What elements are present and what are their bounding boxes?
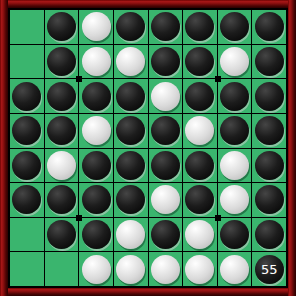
cell-d8[interactable] — [114, 252, 148, 286]
cell-c2[interactable] — [79, 45, 113, 79]
cell-e3[interactable] — [149, 79, 183, 113]
cell-g4[interactable] — [218, 114, 252, 148]
disc-black — [255, 116, 284, 145]
star-point — [76, 215, 82, 221]
disc-black — [12, 82, 41, 111]
disc-white — [151, 82, 180, 111]
cell-b8[interactable] — [45, 252, 79, 286]
disc-white — [116, 255, 145, 284]
move-number-label: 55 — [261, 263, 278, 276]
cell-b1[interactable] — [45, 10, 79, 44]
disc-black — [47, 220, 76, 249]
disc-white — [116, 220, 145, 249]
disc-white — [220, 47, 249, 76]
disc-black — [220, 12, 249, 41]
disc-white — [220, 185, 249, 214]
cell-g7[interactable] — [218, 218, 252, 252]
cell-e4[interactable] — [149, 114, 183, 148]
frame-edge-left — [0, 0, 8, 296]
disc-black — [220, 116, 249, 145]
cell-h3[interactable] — [252, 79, 286, 113]
disc-white — [185, 116, 214, 145]
cell-a3[interactable] — [10, 79, 44, 113]
cell-b7[interactable] — [45, 218, 79, 252]
disc-black — [151, 12, 180, 41]
disc-white — [82, 47, 111, 76]
cell-g1[interactable] — [218, 10, 252, 44]
cell-h1[interactable] — [252, 10, 286, 44]
frame-edge-right — [288, 0, 296, 296]
disc-black — [12, 116, 41, 145]
cell-e6[interactable] — [149, 183, 183, 217]
disc-black — [255, 82, 284, 111]
disc-black — [185, 12, 214, 41]
disc-black — [151, 116, 180, 145]
cell-c5[interactable] — [79, 149, 113, 183]
cell-h6[interactable] — [252, 183, 286, 217]
cell-c6[interactable] — [79, 183, 113, 217]
cell-g3[interactable] — [218, 79, 252, 113]
cell-f6[interactable] — [183, 183, 217, 217]
cell-c7[interactable] — [79, 218, 113, 252]
cell-a6[interactable] — [10, 183, 44, 217]
cell-e1[interactable] — [149, 10, 183, 44]
cell-f1[interactable] — [183, 10, 217, 44]
disc-white — [151, 185, 180, 214]
frame-edge-top — [0, 0, 296, 8]
disc-black — [116, 151, 145, 180]
cell-h7[interactable] — [252, 218, 286, 252]
cell-a4[interactable] — [10, 114, 44, 148]
disc-black — [82, 185, 111, 214]
disc-black — [47, 185, 76, 214]
disc-black — [82, 82, 111, 111]
star-point — [215, 215, 221, 221]
cell-f3[interactable] — [183, 79, 217, 113]
disc-black — [47, 82, 76, 111]
disc-black — [116, 12, 145, 41]
cell-a1[interactable] — [10, 10, 44, 44]
disc-black — [185, 82, 214, 111]
cell-d5[interactable] — [114, 149, 148, 183]
cell-d4[interactable] — [114, 114, 148, 148]
disc-black — [255, 151, 284, 180]
othello-board-frame: 55 — [0, 0, 296, 296]
cell-c8[interactable] — [79, 252, 113, 286]
othello-board: 55 — [8, 8, 288, 288]
disc-black — [47, 12, 76, 41]
disc-black — [255, 185, 284, 214]
cell-c1[interactable] — [79, 10, 113, 44]
disc-white — [47, 151, 76, 180]
cell-h4[interactable] — [252, 114, 286, 148]
cell-b6[interactable] — [45, 183, 79, 217]
cell-d1[interactable] — [114, 10, 148, 44]
frame-edge-bottom — [0, 288, 296, 296]
disc-black — [82, 151, 111, 180]
cell-a5[interactable] — [10, 149, 44, 183]
disc-black — [82, 220, 111, 249]
cell-g6[interactable] — [218, 183, 252, 217]
disc-black — [151, 47, 180, 76]
disc-white — [116, 47, 145, 76]
cell-f8[interactable] — [183, 252, 217, 286]
cell-a7[interactable] — [10, 218, 44, 252]
disc-black — [116, 82, 145, 111]
disc-white — [220, 255, 249, 284]
cell-b3[interactable] — [45, 79, 79, 113]
cell-b4[interactable] — [45, 114, 79, 148]
disc-black — [255, 12, 284, 41]
cell-a8[interactable] — [10, 252, 44, 286]
disc-white — [82, 255, 111, 284]
disc-black — [12, 151, 41, 180]
disc-white — [82, 12, 111, 41]
disc-black — [185, 47, 214, 76]
disc-black — [255, 47, 284, 76]
disc-black — [151, 220, 180, 249]
disc-black — [185, 185, 214, 214]
cell-f4[interactable] — [183, 114, 217, 148]
cell-f5[interactable] — [183, 149, 217, 183]
cell-g5[interactable] — [218, 149, 252, 183]
cell-d7[interactable] — [114, 218, 148, 252]
disc-black — [47, 47, 76, 76]
cell-a2[interactable] — [10, 45, 44, 79]
disc-black — [47, 116, 76, 145]
cell-d6[interactable] — [114, 183, 148, 217]
star-point — [76, 76, 82, 82]
cell-c4[interactable] — [79, 114, 113, 148]
cell-c3[interactable] — [79, 79, 113, 113]
cell-e5[interactable] — [149, 149, 183, 183]
cell-b5[interactable] — [45, 149, 79, 183]
cell-h8[interactable]: 55 — [252, 252, 286, 286]
cell-e8[interactable] — [149, 252, 183, 286]
disc-black — [220, 220, 249, 249]
disc-black — [151, 151, 180, 180]
cell-g2[interactable] — [218, 45, 252, 79]
disc-white — [151, 255, 180, 284]
cell-h2[interactable] — [252, 45, 286, 79]
cell-d2[interactable] — [114, 45, 148, 79]
disc-black — [255, 220, 284, 249]
cell-d3[interactable] — [114, 79, 148, 113]
star-point — [215, 76, 221, 82]
disc-black: 55 — [255, 255, 284, 284]
cell-e7[interactable] — [149, 218, 183, 252]
disc-black — [220, 82, 249, 111]
cell-b2[interactable] — [45, 45, 79, 79]
disc-white — [185, 255, 214, 284]
disc-black — [185, 151, 214, 180]
cell-f7[interactable] — [183, 218, 217, 252]
cell-h5[interactable] — [252, 149, 286, 183]
disc-black — [12, 185, 41, 214]
disc-black — [116, 185, 145, 214]
cell-e2[interactable] — [149, 45, 183, 79]
cell-f2[interactable] — [183, 45, 217, 79]
cell-g8[interactable] — [218, 252, 252, 286]
disc-white — [82, 116, 111, 145]
disc-black — [116, 116, 145, 145]
disc-white — [185, 220, 214, 249]
disc-white — [220, 151, 249, 180]
